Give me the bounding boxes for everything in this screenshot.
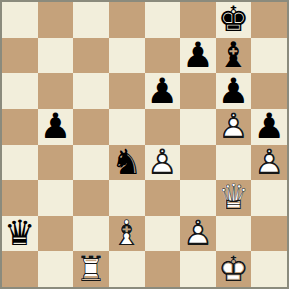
square-f6[interactable] [180, 73, 216, 109]
piece-glyph: ♟ [145, 73, 181, 109]
piece-white-queen[interactable]: ♛♕ [216, 180, 252, 216]
chess-board: ♚♟♝♟♟♟♟♙♟♞♟♙♟♙♛♕♛♝♗♟♙♜♖♚♔ [0, 0, 289, 289]
piece-glyph: ♟ [180, 38, 216, 74]
piece-black-queen[interactable]: ♛ [2, 216, 38, 252]
piece-black-pawn[interactable]: ♟ [145, 73, 181, 109]
square-h2[interactable] [251, 216, 287, 252]
piece-glyph: ♟ [38, 109, 74, 145]
piece-glyph: ♚ [216, 2, 252, 38]
square-a4[interactable] [2, 145, 38, 181]
square-e7[interactable] [145, 38, 181, 74]
square-f8[interactable] [180, 2, 216, 38]
square-h4[interactable]: ♟♙ [251, 145, 287, 181]
square-g8[interactable]: ♚ [216, 2, 252, 38]
square-e3[interactable] [145, 180, 181, 216]
square-b8[interactable] [38, 2, 74, 38]
square-g6[interactable]: ♟ [216, 73, 252, 109]
square-d2[interactable]: ♝♗ [109, 216, 145, 252]
square-g1[interactable]: ♚♔ [216, 251, 252, 287]
square-e8[interactable] [145, 2, 181, 38]
square-d8[interactable] [109, 2, 145, 38]
piece-glyph-outline: ♙ [180, 216, 216, 252]
square-f1[interactable] [180, 251, 216, 287]
square-c4[interactable] [73, 145, 109, 181]
square-a1[interactable] [2, 251, 38, 287]
piece-white-pawn[interactable]: ♟♙ [180, 216, 216, 252]
square-c1[interactable]: ♜♖ [73, 251, 109, 287]
square-b4[interactable] [38, 145, 74, 181]
square-d4[interactable]: ♞ [109, 145, 145, 181]
piece-black-knight[interactable]: ♞ [109, 145, 145, 181]
square-d5[interactable] [109, 109, 145, 145]
square-h6[interactable] [251, 73, 287, 109]
square-c7[interactable] [73, 38, 109, 74]
square-a5[interactable] [2, 109, 38, 145]
piece-glyph: ♟ [251, 109, 287, 145]
piece-black-king[interactable]: ♚ [216, 2, 252, 38]
square-a3[interactable] [2, 180, 38, 216]
piece-white-bishop[interactable]: ♝♗ [109, 216, 145, 252]
square-e2[interactable] [145, 216, 181, 252]
square-d1[interactable] [109, 251, 145, 287]
square-d6[interactable] [109, 73, 145, 109]
square-g7[interactable]: ♝ [216, 38, 252, 74]
piece-black-pawn[interactable]: ♟ [38, 109, 74, 145]
piece-white-pawn[interactable]: ♟♙ [216, 109, 252, 145]
square-b3[interactable] [38, 180, 74, 216]
square-b1[interactable] [38, 251, 74, 287]
square-f3[interactable] [180, 180, 216, 216]
piece-black-pawn[interactable]: ♟ [251, 109, 287, 145]
square-h8[interactable] [251, 2, 287, 38]
piece-glyph-outline: ♖ [73, 251, 109, 287]
piece-glyph-outline: ♔ [216, 251, 252, 287]
piece-white-king[interactable]: ♚♔ [216, 251, 252, 287]
square-e1[interactable] [145, 251, 181, 287]
square-h3[interactable] [251, 180, 287, 216]
piece-glyph: ♞ [109, 145, 145, 181]
square-c6[interactable] [73, 73, 109, 109]
piece-white-rook[interactable]: ♜♖ [73, 251, 109, 287]
piece-glyph-outline: ♙ [251, 145, 287, 181]
square-b2[interactable] [38, 216, 74, 252]
square-c5[interactable] [73, 109, 109, 145]
square-a8[interactable] [2, 2, 38, 38]
square-e5[interactable] [145, 109, 181, 145]
square-a2[interactable]: ♛ [2, 216, 38, 252]
square-a7[interactable] [2, 38, 38, 74]
square-a6[interactable] [2, 73, 38, 109]
square-g3[interactable]: ♛♕ [216, 180, 252, 216]
square-c8[interactable] [73, 2, 109, 38]
square-d7[interactable] [109, 38, 145, 74]
piece-glyph-outline: ♗ [109, 216, 145, 252]
square-d3[interactable] [109, 180, 145, 216]
piece-black-pawn[interactable]: ♟ [216, 73, 252, 109]
piece-glyph: ♛ [2, 216, 38, 252]
piece-glyph: ♟ [216, 73, 252, 109]
piece-white-pawn[interactable]: ♟♙ [251, 145, 287, 181]
square-b5[interactable]: ♟ [38, 109, 74, 145]
piece-white-pawn[interactable]: ♟♙ [145, 145, 181, 181]
square-f7[interactable]: ♟ [180, 38, 216, 74]
square-b6[interactable] [38, 73, 74, 109]
square-f5[interactable] [180, 109, 216, 145]
piece-black-bishop[interactable]: ♝ [216, 38, 252, 74]
square-f2[interactable]: ♟♙ [180, 216, 216, 252]
square-h7[interactable] [251, 38, 287, 74]
square-f4[interactable] [180, 145, 216, 181]
square-h5[interactable]: ♟ [251, 109, 287, 145]
piece-glyph-outline: ♕ [216, 180, 252, 216]
square-g2[interactable] [216, 216, 252, 252]
piece-glyph-outline: ♙ [145, 145, 181, 181]
square-g4[interactable] [216, 145, 252, 181]
square-b7[interactable] [38, 38, 74, 74]
piece-glyph-outline: ♙ [216, 109, 252, 145]
square-c3[interactable] [73, 180, 109, 216]
square-h1[interactable] [251, 251, 287, 287]
square-c2[interactable] [73, 216, 109, 252]
square-e6[interactable]: ♟ [145, 73, 181, 109]
piece-glyph: ♝ [216, 38, 252, 74]
square-e4[interactable]: ♟♙ [145, 145, 181, 181]
square-g5[interactable]: ♟♙ [216, 109, 252, 145]
piece-black-pawn[interactable]: ♟ [180, 38, 216, 74]
